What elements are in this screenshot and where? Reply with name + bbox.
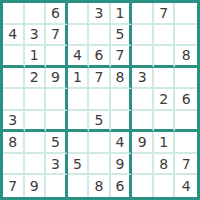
cell-r5c5[interactable] bbox=[89, 89, 111, 111]
cell-r9c1[interactable]: 7 bbox=[3, 175, 25, 197]
given-digit: 7 bbox=[51, 27, 60, 41]
given-digit: 4 bbox=[182, 179, 191, 193]
cell-r7c7[interactable]: 9 bbox=[132, 132, 154, 154]
given-digit: 5 bbox=[73, 157, 82, 171]
cell-r3c8[interactable] bbox=[154, 46, 176, 68]
cell-r2c8[interactable] bbox=[154, 25, 176, 47]
cell-r4c8[interactable] bbox=[154, 68, 176, 90]
given-digit: 8 bbox=[182, 48, 191, 62]
cell-r1c9[interactable] bbox=[175, 3, 197, 25]
cell-r6c4[interactable] bbox=[68, 111, 90, 133]
cell-r4c9[interactable] bbox=[175, 68, 197, 90]
given-digit: 5 bbox=[51, 135, 60, 149]
cell-r7c9[interactable] bbox=[175, 132, 197, 154]
given-digit: 5 bbox=[95, 113, 104, 127]
cell-r7c3[interactable]: 5 bbox=[46, 132, 68, 154]
given-digit: 1 bbox=[30, 48, 39, 62]
given-digit: 4 bbox=[73, 48, 82, 62]
cell-r8c1[interactable] bbox=[3, 154, 25, 176]
cell-r5c4[interactable] bbox=[68, 89, 90, 111]
cell-r3c5[interactable]: 6 bbox=[89, 46, 111, 68]
cell-r9c7[interactable] bbox=[132, 175, 154, 197]
cell-r2c2[interactable]: 3 bbox=[25, 25, 47, 47]
cell-r9c5[interactable]: 8 bbox=[89, 175, 111, 197]
given-digit: 3 bbox=[51, 157, 60, 171]
given-digit: 7 bbox=[116, 48, 125, 62]
cell-r1c4[interactable] bbox=[68, 3, 90, 25]
cell-r3c9[interactable]: 8 bbox=[175, 46, 197, 68]
cell-r3c3[interactable] bbox=[46, 46, 68, 68]
given-digit: 9 bbox=[30, 179, 39, 193]
cell-r7c5[interactable] bbox=[89, 132, 111, 154]
cell-r2c6[interactable]: 5 bbox=[111, 25, 133, 47]
given-digit: 3 bbox=[138, 70, 147, 84]
given-digit: 8 bbox=[8, 135, 17, 149]
cell-r4c3[interactable]: 9 bbox=[46, 68, 68, 90]
given-digit: 4 bbox=[8, 27, 17, 41]
cell-r3c4[interactable]: 4 bbox=[68, 46, 90, 68]
given-digit: 9 bbox=[51, 70, 60, 84]
cell-r9c4[interactable] bbox=[68, 175, 90, 197]
cell-r3c7[interactable] bbox=[132, 46, 154, 68]
cell-r6c2[interactable] bbox=[25, 111, 47, 133]
cell-r4c7[interactable]: 3 bbox=[132, 68, 154, 90]
cell-r7c1[interactable]: 8 bbox=[3, 132, 25, 154]
cell-r1c6[interactable]: 1 bbox=[111, 3, 133, 25]
given-digit: 8 bbox=[95, 179, 104, 193]
cell-r6c1[interactable]: 3 bbox=[3, 111, 25, 133]
cell-r7c8[interactable]: 1 bbox=[154, 132, 176, 154]
cell-r8c9[interactable]: 7 bbox=[175, 154, 197, 176]
cell-r6c6[interactable] bbox=[111, 111, 133, 133]
cell-r6c5[interactable]: 5 bbox=[89, 111, 111, 133]
cell-r9c9[interactable]: 4 bbox=[175, 175, 197, 197]
given-digit: 8 bbox=[116, 70, 125, 84]
cell-r2c1[interactable]: 4 bbox=[3, 25, 25, 47]
cell-r1c5[interactable]: 3 bbox=[89, 3, 111, 25]
cell-r7c4[interactable] bbox=[68, 132, 90, 154]
cell-r6c9[interactable] bbox=[175, 111, 197, 133]
cell-r5c1[interactable] bbox=[3, 89, 25, 111]
cell-r8c6[interactable]: 9 bbox=[111, 154, 133, 176]
given-digit: 1 bbox=[116, 6, 125, 20]
given-digit: 3 bbox=[95, 6, 104, 20]
cell-r8c7[interactable] bbox=[132, 154, 154, 176]
given-digit: 1 bbox=[73, 70, 82, 84]
given-digit: 7 bbox=[95, 70, 104, 84]
cell-r4c4[interactable]: 1 bbox=[68, 68, 90, 90]
cell-r8c8[interactable]: 8 bbox=[154, 154, 176, 176]
given-digit: 2 bbox=[159, 92, 168, 106]
cell-r2c9[interactable] bbox=[175, 25, 197, 47]
cell-r9c2[interactable]: 9 bbox=[25, 175, 47, 197]
sudoku-board: 63174375146782917832635854913598779864 bbox=[0, 0, 200, 200]
cell-r1c1[interactable] bbox=[3, 3, 25, 25]
cell-r8c3[interactable]: 3 bbox=[46, 154, 68, 176]
given-digit: 7 bbox=[182, 157, 191, 171]
given-digit: 9 bbox=[138, 135, 147, 149]
cell-r1c7[interactable] bbox=[132, 3, 154, 25]
cell-r4c6[interactable]: 8 bbox=[111, 68, 133, 90]
cell-r8c4[interactable]: 5 bbox=[68, 154, 90, 176]
cell-r6c8[interactable] bbox=[154, 111, 176, 133]
cell-r9c3[interactable] bbox=[46, 175, 68, 197]
cell-r5c7[interactable] bbox=[132, 89, 154, 111]
cell-r1c8[interactable]: 7 bbox=[154, 3, 176, 25]
cell-r5c8[interactable]: 2 bbox=[154, 89, 176, 111]
given-digit: 6 bbox=[95, 48, 104, 62]
cell-r6c7[interactable] bbox=[132, 111, 154, 133]
cell-r2c4[interactable] bbox=[68, 25, 90, 47]
given-digit: 1 bbox=[159, 135, 168, 149]
given-digit: 8 bbox=[159, 157, 168, 171]
cell-r5c9[interactable]: 6 bbox=[175, 89, 197, 111]
given-digit: 3 bbox=[8, 113, 17, 127]
cell-r5c3[interactable] bbox=[46, 89, 68, 111]
cell-r1c2[interactable] bbox=[25, 3, 47, 25]
given-digit: 6 bbox=[116, 179, 125, 193]
cell-r5c2[interactable] bbox=[25, 89, 47, 111]
given-digit: 5 bbox=[116, 27, 125, 41]
cell-r6c3[interactable] bbox=[46, 111, 68, 133]
cell-r2c3[interactable]: 7 bbox=[46, 25, 68, 47]
cell-r9c6[interactable]: 6 bbox=[111, 175, 133, 197]
cell-r1c3[interactable]: 6 bbox=[46, 3, 68, 25]
cell-r4c5[interactable]: 7 bbox=[89, 68, 111, 90]
given-digit: 7 bbox=[159, 6, 168, 20]
cell-r8c2[interactable] bbox=[25, 154, 47, 176]
cell-r2c5[interactable] bbox=[89, 25, 111, 47]
given-digit: 3 bbox=[30, 27, 39, 41]
cell-r8c5[interactable] bbox=[89, 154, 111, 176]
cell-r3c2[interactable]: 1 bbox=[25, 46, 47, 68]
cell-r7c2[interactable] bbox=[25, 132, 47, 154]
given-digit: 6 bbox=[182, 92, 191, 106]
cell-r5c6[interactable] bbox=[111, 89, 133, 111]
cell-r3c1[interactable] bbox=[3, 46, 25, 68]
given-digit: 9 bbox=[116, 157, 125, 171]
cell-r4c2[interactable]: 2 bbox=[25, 68, 47, 90]
cell-r2c7[interactable] bbox=[132, 25, 154, 47]
cell-r9c8[interactable] bbox=[154, 175, 176, 197]
cell-r3c6[interactable]: 7 bbox=[111, 46, 133, 68]
given-digit: 4 bbox=[116, 135, 125, 149]
given-digit: 7 bbox=[8, 179, 17, 193]
cell-r7c6[interactable]: 4 bbox=[111, 132, 133, 154]
given-digit: 6 bbox=[51, 6, 60, 20]
given-digit: 2 bbox=[30, 70, 39, 84]
cell-r4c1[interactable] bbox=[3, 68, 25, 90]
